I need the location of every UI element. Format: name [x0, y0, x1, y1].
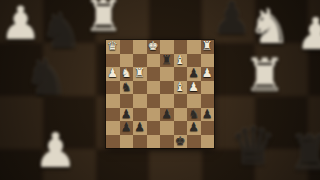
- square-a2[interactable]: [106, 121, 120, 135]
- backdrop-black-queen-icon: ♛: [230, 120, 277, 172]
- square-f7[interactable]: ♝: [174, 54, 188, 68]
- square-c2[interactable]: ♟: [133, 121, 147, 135]
- white-pawn[interactable]: ♟: [106, 67, 120, 81]
- square-h7[interactable]: [201, 54, 215, 68]
- square-e8[interactable]: [160, 40, 174, 54]
- square-d5[interactable]: [147, 81, 161, 95]
- square-a1[interactable]: [106, 135, 120, 149]
- square-b1[interactable]: [120, 135, 134, 149]
- white-queen[interactable]: ♛: [106, 40, 120, 54]
- square-g5[interactable]: ♟: [187, 81, 201, 95]
- square-c8[interactable]: [133, 40, 147, 54]
- backdrop-black-pawn-icon: ♟: [212, 0, 251, 40]
- square-f8[interactable]: [174, 40, 188, 54]
- square-g4[interactable]: [187, 94, 201, 108]
- backdrop-black-knight-icon: ♞: [24, 52, 69, 102]
- black-pawn[interactable]: ♟: [187, 121, 201, 135]
- square-e3[interactable]: ♟: [160, 108, 174, 122]
- square-c6[interactable]: ♜: [133, 67, 147, 81]
- square-a5[interactable]: [106, 81, 120, 95]
- square-e1[interactable]: [160, 135, 174, 149]
- backdrop-white-pawn-icon: ♟: [0, 0, 41, 46]
- square-c7[interactable]: [133, 54, 147, 68]
- square-h8[interactable]: ♜: [201, 40, 215, 54]
- square-f6[interactable]: [174, 67, 188, 81]
- square-c3[interactable]: [133, 108, 147, 122]
- square-f3[interactable]: [174, 108, 188, 122]
- square-d6[interactable]: [147, 67, 161, 81]
- backdrop-white-rook-icon: ♜: [244, 52, 285, 98]
- square-b5[interactable]: ♞: [120, 81, 134, 95]
- black-knight[interactable]: ♞: [120, 81, 134, 95]
- black-pawn[interactable]: ♟: [160, 108, 174, 122]
- square-d2[interactable]: [147, 121, 161, 135]
- backdrop-black-rook-icon: ♜: [288, 128, 320, 176]
- square-e6[interactable]: [160, 67, 174, 81]
- square-h1[interactable]: [201, 135, 215, 149]
- black-pawn[interactable]: ♟: [120, 108, 134, 122]
- black-pawn[interactable]: ♟: [201, 108, 215, 122]
- square-a3[interactable]: [106, 108, 120, 122]
- square-b7[interactable]: [120, 54, 134, 68]
- white-rook[interactable]: ♜: [133, 67, 147, 81]
- backdrop-white-pawn-icon: ♟: [296, 12, 320, 56]
- square-h3[interactable]: ♟: [201, 108, 215, 122]
- square-a7[interactable]: [106, 54, 120, 68]
- square-a6[interactable]: ♟: [106, 67, 120, 81]
- square-f4[interactable]: [174, 94, 188, 108]
- square-g7[interactable]: [187, 54, 201, 68]
- black-pawn[interactable]: ♟: [133, 121, 147, 135]
- square-e5[interactable]: [160, 81, 174, 95]
- square-b4[interactable]: [120, 94, 134, 108]
- square-e7[interactable]: ♜: [160, 54, 174, 68]
- square-d8[interactable]: ♚: [147, 40, 161, 54]
- square-c4[interactable]: [133, 94, 147, 108]
- square-h6[interactable]: ♟: [201, 67, 215, 81]
- backdrop-black-knight-icon: ♞: [40, 6, 83, 54]
- white-king[interactable]: ♚: [147, 40, 161, 54]
- square-h4[interactable]: [201, 94, 215, 108]
- square-a8[interactable]: ♛: [106, 40, 120, 54]
- square-d3[interactable]: [147, 108, 161, 122]
- square-d4[interactable]: [147, 94, 161, 108]
- black-pawn[interactable]: ♟: [120, 121, 134, 135]
- white-bishop[interactable]: ♝: [174, 81, 188, 95]
- white-pawn[interactable]: ♟: [201, 67, 215, 81]
- square-g8[interactable]: [187, 40, 201, 54]
- square-b6[interactable]: ♞: [120, 67, 134, 81]
- backdrop-white-pawn-icon: ♟: [34, 126, 77, 174]
- square-g1[interactable]: [187, 135, 201, 149]
- square-c5[interactable]: [133, 81, 147, 95]
- square-e4[interactable]: [160, 94, 174, 108]
- black-king[interactable]: ♚: [174, 135, 188, 149]
- backdrop-white-knight-icon: ♞: [248, 2, 291, 50]
- square-e2[interactable]: [160, 121, 174, 135]
- white-knight[interactable]: ♞: [120, 67, 134, 81]
- square-f5[interactable]: ♝: [174, 81, 188, 95]
- square-d1[interactable]: [147, 135, 161, 149]
- square-f2[interactable]: [174, 121, 188, 135]
- square-g6[interactable]: ♟: [187, 67, 201, 81]
- black-rook[interactable]: ♜: [160, 54, 174, 68]
- square-f1[interactable]: ♚: [174, 135, 188, 149]
- square-g3[interactable]: ♞: [187, 108, 201, 122]
- chess-board: ♛♚♜♜♝♟♞♜♟♟♞♝♟♟♟♞♟♟♟♟♚: [106, 40, 214, 148]
- square-c1[interactable]: [133, 135, 147, 149]
- white-rook[interactable]: ♜: [201, 40, 215, 54]
- square-h5[interactable]: [201, 81, 215, 95]
- square-b8[interactable]: [120, 40, 134, 54]
- white-bishop[interactable]: ♝: [174, 54, 188, 68]
- backdrop-white-rook-icon: ♜: [84, 0, 123, 38]
- square-b3[interactable]: ♟: [120, 108, 134, 122]
- square-a4[interactable]: [106, 94, 120, 108]
- white-pawn[interactable]: ♟: [187, 81, 201, 95]
- screenshot-stage: ♟♞♜♞♟♟♞♟♜♛♜ ♛♚♜♜♝♟♞♜♟♟♞♝♟♟♟♞♟♟♟♟♚: [0, 0, 320, 180]
- square-h2[interactable]: [201, 121, 215, 135]
- square-d7[interactable]: [147, 54, 161, 68]
- black-knight[interactable]: ♞: [187, 108, 201, 122]
- black-pawn[interactable]: ♟: [187, 67, 201, 81]
- square-g2[interactable]: ♟: [187, 121, 201, 135]
- square-b2[interactable]: ♟: [120, 121, 134, 135]
